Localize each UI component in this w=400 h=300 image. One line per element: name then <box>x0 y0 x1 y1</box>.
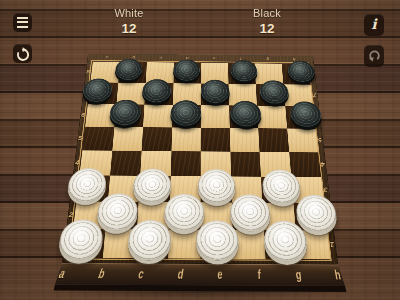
square-e5[interactable] <box>201 128 230 152</box>
rank-label-right-7: 7 <box>311 92 319 98</box>
file-label-front-d: d <box>168 264 193 286</box>
square-b4[interactable] <box>110 151 142 176</box>
square-d4[interactable] <box>170 151 200 176</box>
square-c5[interactable] <box>142 127 172 151</box>
square-f5[interactable] <box>230 128 260 152</box>
rank-label-left-8: 8 <box>84 69 92 75</box>
square-a5[interactable] <box>82 127 114 151</box>
square-e6[interactable] <box>201 105 230 128</box>
square-g6[interactable] <box>257 106 287 129</box>
file-label-front-g: g <box>284 264 313 286</box>
piece-black-d6[interactable] <box>170 100 201 126</box>
square-h4[interactable] <box>289 152 321 177</box>
file-label-front-a: a <box>46 263 77 285</box>
square-c6[interactable] <box>143 105 173 128</box>
file-label-far-e: e <box>207 56 222 60</box>
rank-label-left-5: 5 <box>76 135 84 142</box>
file-label-far-a: a <box>99 55 114 59</box>
board-plane: 8877665544332211abcdefgh <box>62 54 338 265</box>
rank-label-right-1: 1 <box>328 240 337 248</box>
file-label-far-g: g <box>260 57 275 61</box>
square-g5[interactable] <box>258 128 289 152</box>
rank-label-right-4: 4 <box>319 161 327 168</box>
rank-label-right-5: 5 <box>316 137 324 144</box>
file-label-front-e: e <box>208 264 233 286</box>
piece-white-d2[interactable] <box>163 194 204 231</box>
rank-label-left-2: 2 <box>66 211 75 219</box>
file-label-front-f: f <box>246 264 273 286</box>
square-b5[interactable] <box>112 127 143 151</box>
rank-label-left-6: 6 <box>79 112 87 119</box>
piece-black-d8[interactable] <box>173 59 200 81</box>
checkers-board: abcdefgh 8877665544332211abcdefgh <box>0 0 400 300</box>
file-label-front-c: c <box>127 263 154 285</box>
file-label-front-b: b <box>87 263 116 285</box>
piece-black-f8[interactable] <box>230 60 258 82</box>
square-f4[interactable] <box>230 152 261 177</box>
file-label-front-h: h <box>323 264 354 286</box>
file-label-far-c: c <box>153 56 168 60</box>
app-screen: White 12 Black 12 i abcdefgh 88776655443… <box>0 0 400 300</box>
rank-label-right-3: 3 <box>322 186 331 194</box>
rank-label-left-4: 4 <box>73 159 81 166</box>
square-h5[interactable] <box>287 129 318 153</box>
square-d5[interactable] <box>171 127 201 151</box>
board-front-face: abcdefgh <box>55 263 345 286</box>
